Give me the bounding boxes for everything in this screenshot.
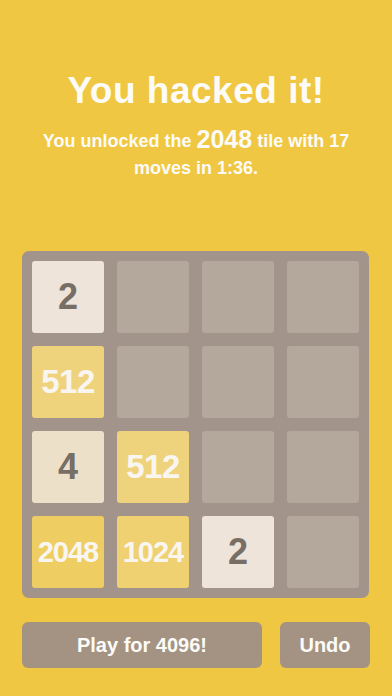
page-background: { "game": "2048", "position": "2,0,0,0/5… bbox=[0, 0, 392, 696]
action-bar: Play for 4096! Undo bbox=[22, 622, 370, 668]
result-message-line1: You unlocked the 2048 tile with 17 bbox=[0, 126, 392, 155]
result-message: You unlocked the 2048 tile with 17 moves… bbox=[0, 126, 392, 182]
tile-2048: 2048 bbox=[32, 516, 104, 588]
empty-cell bbox=[117, 261, 189, 333]
game-title: You hacked it! bbox=[0, 70, 392, 112]
empty-cell bbox=[202, 346, 274, 418]
empty-cell bbox=[202, 431, 274, 503]
empty-cell bbox=[117, 346, 189, 418]
tile-2: 2 bbox=[32, 261, 104, 333]
result-text-pre: You unlocked the bbox=[43, 131, 197, 151]
undo-button[interactable]: Undo bbox=[280, 622, 370, 668]
tile-1024: 1024 bbox=[117, 516, 189, 588]
header: You hacked it! You unlocked the 2048 til… bbox=[0, 0, 392, 182]
empty-cell bbox=[202, 261, 274, 333]
tile-2: 2 bbox=[202, 516, 274, 588]
board[interactable]: 25124512204810242 bbox=[22, 251, 369, 598]
empty-cell bbox=[287, 516, 359, 588]
play-for-4096-button[interactable]: Play for 4096! bbox=[22, 622, 262, 668]
empty-cell bbox=[287, 431, 359, 503]
result-message-line2: moves in 1:36. bbox=[0, 155, 392, 182]
tile-512: 512 bbox=[117, 431, 189, 503]
board-grid: 25124512204810242 bbox=[32, 261, 359, 588]
tile-512: 512 bbox=[32, 346, 104, 418]
empty-cell bbox=[287, 346, 359, 418]
result-text-mid: tile with 17 bbox=[252, 131, 349, 151]
empty-cell bbox=[287, 261, 359, 333]
tile-4: 4 bbox=[32, 431, 104, 503]
unlocked-tile-value: 2048 bbox=[197, 125, 253, 153]
